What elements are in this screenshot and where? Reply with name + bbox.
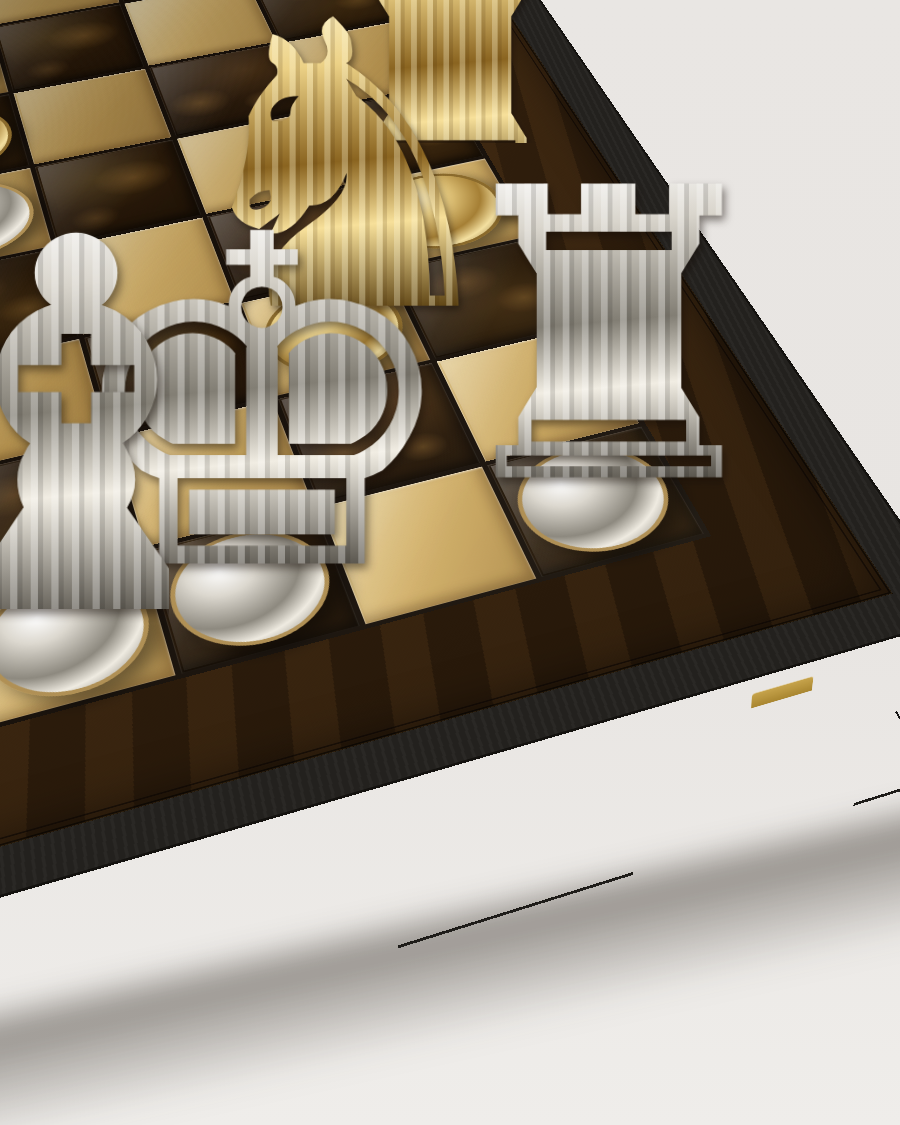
clasp-latch: ◆ ◆ ◆ ◆ ◆ MANOPOULOS [701, 675, 857, 796]
brand-engraving: MANOPOULOS [711, 719, 843, 770]
piece-bishop-robed-figure-e1[interactable]: ♝ [0, 187, 307, 677]
square-e1[interactable]: ♝ [0, 552, 175, 726]
piece-rook-column-h1[interactable]: ♜ [429, 147, 789, 529]
square-h1[interactable]: ♜ [487, 426, 704, 577]
product-photo-chess-set: ♟♟♟♜♞♝♚♜ ◆ ◆ ◆ ◆ ◆ MANOPOULOS [0, 0, 900, 1125]
